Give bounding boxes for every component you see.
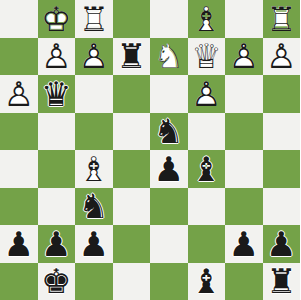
piece-glyph: ♟ — [0, 225, 38, 263]
board-square[interactable]: ♜♖ — [75, 0, 113, 38]
board-square[interactable] — [150, 75, 188, 113]
piece-white-pawn[interactable]: ♟♙ — [188, 75, 226, 113]
board-square[interactable] — [75, 113, 113, 151]
board-square[interactable] — [75, 75, 113, 113]
board-square[interactable] — [113, 188, 151, 226]
piece-black-rook[interactable]: ♜ — [113, 38, 151, 76]
piece-glyph: ♞ — [150, 113, 188, 151]
piece-black-queen[interactable]: ♛ — [38, 75, 76, 113]
piece-white-pawn[interactable]: ♟♙ — [75, 38, 113, 76]
chess-board: ♚♔♜♖♝♗♜♖♟♙♟♙♜♞♘♛♕♟♙♟♙♟♙♛♟♙♞♝♗♟♝♞♟♟♟♟♟♚♝♜ — [0, 0, 300, 300]
board-square[interactable] — [150, 188, 188, 226]
piece-glyph: ♛ — [38, 75, 76, 113]
piece-glyph: ♟ — [263, 225, 301, 263]
piece-glyph: ♟ — [150, 150, 188, 188]
piece-glyph-outline: ♙ — [38, 38, 76, 76]
board-square[interactable]: ♞♘ — [150, 38, 188, 76]
board-square[interactable] — [113, 263, 151, 300]
board-square[interactable]: ♟ — [0, 225, 38, 263]
board-square[interactable] — [0, 38, 38, 76]
board-square[interactable] — [263, 188, 301, 226]
board-square[interactable] — [38, 188, 76, 226]
piece-black-knight[interactable]: ♞ — [75, 188, 113, 226]
board-square[interactable] — [0, 113, 38, 151]
board-square[interactable] — [113, 0, 151, 38]
piece-white-pawn[interactable]: ♟♙ — [225, 38, 263, 76]
piece-glyph-outline: ♔ — [38, 0, 76, 38]
piece-glyph-outline: ♕ — [188, 38, 226, 76]
piece-glyph: ♜ — [263, 263, 301, 300]
board-square[interactable] — [225, 75, 263, 113]
board-square[interactable] — [188, 113, 226, 151]
board-square[interactable]: ♝♗ — [188, 0, 226, 38]
board-square[interactable] — [38, 150, 76, 188]
board-square[interactable]: ♟♙ — [0, 75, 38, 113]
piece-glyph: ♚ — [38, 263, 76, 300]
board-square[interactable]: ♟♙ — [75, 38, 113, 76]
piece-white-knight[interactable]: ♞♘ — [150, 38, 188, 76]
piece-glyph: ♟ — [75, 225, 113, 263]
piece-white-pawn[interactable]: ♟♙ — [38, 38, 76, 76]
board-square[interactable]: ♛ — [38, 75, 76, 113]
board-square[interactable] — [0, 188, 38, 226]
board-square[interactable] — [0, 263, 38, 300]
piece-black-pawn[interactable]: ♟ — [75, 225, 113, 263]
piece-glyph-outline: ♙ — [188, 75, 226, 113]
board-square[interactable] — [225, 263, 263, 300]
board-square[interactable] — [188, 188, 226, 226]
piece-black-pawn[interactable]: ♟ — [150, 150, 188, 188]
piece-white-pawn[interactable]: ♟♙ — [263, 38, 301, 76]
board-square[interactable]: ♟ — [75, 225, 113, 263]
piece-glyph-outline: ♘ — [150, 38, 188, 76]
piece-glyph-outline: ♗ — [188, 0, 226, 38]
piece-glyph-outline: ♖ — [75, 0, 113, 38]
board-square[interactable]: ♜♖ — [263, 0, 301, 38]
board-square[interactable]: ♝♗ — [75, 150, 113, 188]
piece-black-pawn[interactable]: ♟ — [38, 225, 76, 263]
board-square[interactable] — [225, 113, 263, 151]
board-square[interactable] — [113, 150, 151, 188]
board-square[interactable] — [113, 113, 151, 151]
board-square[interactable]: ♟♙ — [38, 38, 76, 76]
board-square[interactable]: ♟ — [38, 225, 76, 263]
board-square[interactable]: ♚ — [38, 263, 76, 300]
board-square[interactable]: ♜ — [263, 263, 301, 300]
board-square[interactable] — [150, 0, 188, 38]
board-square[interactable] — [188, 225, 226, 263]
piece-white-queen[interactable]: ♛♕ — [188, 38, 226, 76]
board-square[interactable] — [263, 75, 301, 113]
piece-white-rook[interactable]: ♜♖ — [75, 0, 113, 38]
piece-black-pawn[interactable]: ♟ — [225, 225, 263, 263]
board-square[interactable] — [150, 225, 188, 263]
board-square[interactable]: ♜ — [113, 38, 151, 76]
board-square[interactable] — [225, 188, 263, 226]
piece-glyph-outline: ♙ — [75, 38, 113, 76]
board-square[interactable] — [263, 113, 301, 151]
piece-glyph: ♟ — [38, 225, 76, 263]
piece-black-bishop[interactable]: ♝ — [188, 263, 226, 300]
board-square[interactable] — [75, 263, 113, 300]
board-square[interactable] — [225, 150, 263, 188]
board-square[interactable]: ♟ — [263, 225, 301, 263]
board-square[interactable] — [225, 0, 263, 38]
piece-glyph-outline: ♗ — [75, 150, 113, 188]
board-square[interactable]: ♟♙ — [188, 75, 226, 113]
board-square[interactable] — [38, 113, 76, 151]
piece-glyph-outline: ♙ — [225, 38, 263, 76]
board-square[interactable]: ♞ — [75, 188, 113, 226]
piece-glyph-outline: ♙ — [263, 38, 301, 76]
board-square[interactable]: ♟ — [150, 150, 188, 188]
piece-black-bishop[interactable]: ♝ — [188, 150, 226, 188]
piece-black-pawn[interactable]: ♟ — [263, 225, 301, 263]
board-square[interactable] — [0, 0, 38, 38]
piece-black-pawn[interactable]: ♟ — [0, 225, 38, 263]
piece-white-bishop[interactable]: ♝♗ — [75, 150, 113, 188]
piece-white-rook[interactable]: ♜♖ — [263, 0, 301, 38]
piece-black-knight[interactable]: ♞ — [150, 113, 188, 151]
board-square[interactable]: ♛♕ — [188, 38, 226, 76]
piece-glyph: ♟ — [225, 225, 263, 263]
piece-glyph: ♜ — [113, 38, 151, 76]
board-square[interactable] — [263, 150, 301, 188]
board-square[interactable] — [0, 150, 38, 188]
board-square[interactable]: ♝ — [188, 150, 226, 188]
board-square[interactable]: ♟ — [225, 225, 263, 263]
board-square[interactable]: ♟♙ — [225, 38, 263, 76]
board-square[interactable]: ♞ — [150, 113, 188, 151]
piece-glyph-outline: ♖ — [263, 0, 301, 38]
piece-glyph: ♞ — [75, 188, 113, 226]
board-square[interactable]: ♝ — [188, 263, 226, 300]
board-square[interactable]: ♚♔ — [38, 0, 76, 38]
piece-black-king[interactable]: ♚ — [38, 263, 76, 300]
board-square[interactable] — [150, 263, 188, 300]
piece-white-king[interactable]: ♚♔ — [38, 0, 76, 38]
piece-black-rook[interactable]: ♜ — [263, 263, 301, 300]
piece-glyph-outline: ♙ — [0, 75, 38, 113]
board-square[interactable]: ♟♙ — [263, 38, 301, 76]
board-square[interactable] — [113, 225, 151, 263]
piece-glyph: ♝ — [188, 150, 226, 188]
piece-white-bishop[interactable]: ♝♗ — [188, 0, 226, 38]
piece-white-pawn[interactable]: ♟♙ — [0, 75, 38, 113]
piece-glyph: ♝ — [188, 263, 226, 300]
board-square[interactable] — [113, 75, 151, 113]
